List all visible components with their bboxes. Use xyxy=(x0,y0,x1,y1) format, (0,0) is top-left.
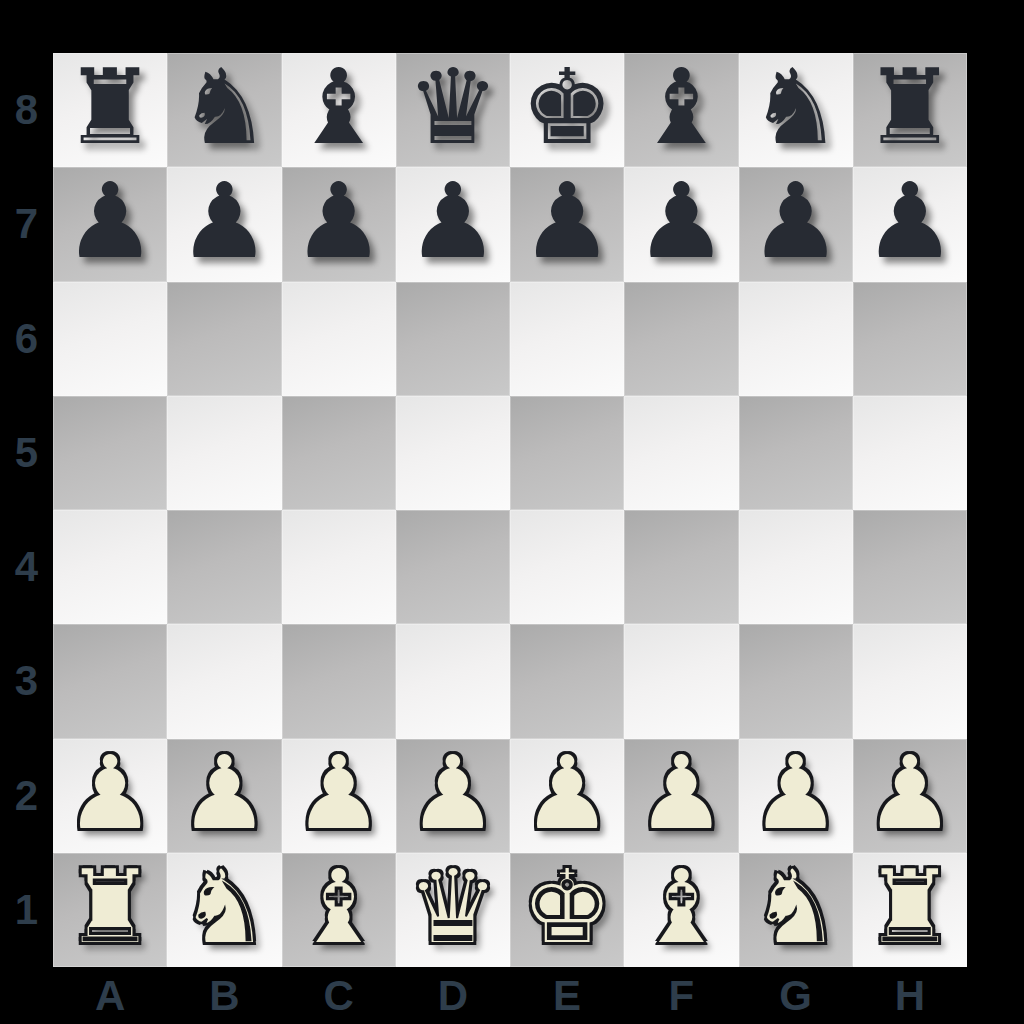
piece-black-pawn[interactable]: ♟ xyxy=(749,169,842,273)
square-h5[interactable] xyxy=(853,396,967,510)
square-c3[interactable] xyxy=(282,624,396,738)
chess-board: ♜♞♝♛♚♝♞♜♟♟♟♟♟♟♟♟♟♟♟♟♟♟♟♟♜♞♝♛♚♝♞♜ xyxy=(53,53,967,967)
piece-black-pawn[interactable]: ♟ xyxy=(521,169,614,273)
square-a8[interactable]: ♜ xyxy=(53,53,167,167)
square-b4[interactable] xyxy=(167,510,281,624)
square-a7[interactable]: ♟ xyxy=(53,167,167,281)
square-f4[interactable] xyxy=(624,510,738,624)
square-g5[interactable] xyxy=(739,396,853,510)
file-label-g: G xyxy=(739,967,853,1024)
square-d7[interactable]: ♟ xyxy=(396,167,510,281)
square-c6[interactable] xyxy=(282,282,396,396)
piece-white-pawn[interactable]: ♟ xyxy=(406,741,499,845)
piece-black-bishop[interactable]: ♝ xyxy=(635,55,728,159)
square-a2[interactable]: ♟ xyxy=(53,739,167,853)
square-g4[interactable] xyxy=(739,510,853,624)
square-c1[interactable]: ♝ xyxy=(282,853,396,967)
square-h1[interactable]: ♜ xyxy=(853,853,967,967)
square-c2[interactable]: ♟ xyxy=(282,739,396,853)
square-d4[interactable] xyxy=(396,510,510,624)
square-b5[interactable] xyxy=(167,396,281,510)
square-h4[interactable] xyxy=(853,510,967,624)
piece-black-queen[interactable]: ♛ xyxy=(406,55,499,159)
piece-black-knight[interactable]: ♞ xyxy=(178,55,271,159)
piece-black-pawn[interactable]: ♟ xyxy=(863,169,956,273)
rank-labels: 87654321 xyxy=(0,53,53,967)
rank-label-3: 3 xyxy=(0,624,53,738)
square-c5[interactable] xyxy=(282,396,396,510)
square-h2[interactable]: ♟ xyxy=(853,739,967,853)
piece-white-queen[interactable]: ♛ xyxy=(406,855,499,959)
square-d3[interactable] xyxy=(396,624,510,738)
square-a4[interactable] xyxy=(53,510,167,624)
square-e7[interactable]: ♟ xyxy=(510,167,624,281)
file-label-f: F xyxy=(624,967,738,1024)
square-c7[interactable]: ♟ xyxy=(282,167,396,281)
square-e4[interactable] xyxy=(510,510,624,624)
piece-white-knight[interactable]: ♞ xyxy=(749,855,842,959)
square-g8[interactable]: ♞ xyxy=(739,53,853,167)
piece-white-king[interactable]: ♚ xyxy=(521,855,614,959)
square-f2[interactable]: ♟ xyxy=(624,739,738,853)
square-e1[interactable]: ♚ xyxy=(510,853,624,967)
piece-white-pawn[interactable]: ♟ xyxy=(64,741,157,845)
piece-black-king[interactable]: ♚ xyxy=(521,55,614,159)
rank-label-4: 4 xyxy=(0,510,53,624)
piece-black-pawn[interactable]: ♟ xyxy=(406,169,499,273)
square-g7[interactable]: ♟ xyxy=(739,167,853,281)
square-d1[interactable]: ♛ xyxy=(396,853,510,967)
square-a1[interactable]: ♜ xyxy=(53,853,167,967)
piece-black-rook[interactable]: ♜ xyxy=(64,55,157,159)
piece-black-pawn[interactable]: ♟ xyxy=(292,169,385,273)
square-g6[interactable] xyxy=(739,282,853,396)
square-f5[interactable] xyxy=(624,396,738,510)
rank-label-2: 2 xyxy=(0,739,53,853)
square-c4[interactable] xyxy=(282,510,396,624)
square-e2[interactable]: ♟ xyxy=(510,739,624,853)
square-d6[interactable] xyxy=(396,282,510,396)
piece-black-knight[interactable]: ♞ xyxy=(749,55,842,159)
piece-black-bishop[interactable]: ♝ xyxy=(292,55,385,159)
piece-black-pawn[interactable]: ♟ xyxy=(635,169,728,273)
square-a3[interactable] xyxy=(53,624,167,738)
piece-white-pawn[interactable]: ♟ xyxy=(178,741,271,845)
square-b2[interactable]: ♟ xyxy=(167,739,281,853)
piece-white-pawn[interactable]: ♟ xyxy=(635,741,728,845)
piece-black-pawn[interactable]: ♟ xyxy=(178,169,271,273)
file-label-a: A xyxy=(53,967,167,1024)
rank-label-6: 6 xyxy=(0,282,53,396)
rank-label-1: 1 xyxy=(0,853,53,967)
square-f6[interactable] xyxy=(624,282,738,396)
piece-white-rook[interactable]: ♜ xyxy=(64,855,157,959)
square-e8[interactable]: ♚ xyxy=(510,53,624,167)
square-e6[interactable] xyxy=(510,282,624,396)
square-b1[interactable]: ♞ xyxy=(167,853,281,967)
file-label-h: H xyxy=(853,967,967,1024)
rank-label-5: 5 xyxy=(0,396,53,510)
square-f1[interactable]: ♝ xyxy=(624,853,738,967)
rank-label-7: 7 xyxy=(0,167,53,281)
square-b3[interactable] xyxy=(167,624,281,738)
square-g1[interactable]: ♞ xyxy=(739,853,853,967)
piece-white-pawn[interactable]: ♟ xyxy=(863,741,956,845)
square-h3[interactable] xyxy=(853,624,967,738)
square-b6[interactable] xyxy=(167,282,281,396)
file-label-e: E xyxy=(510,967,624,1024)
piece-white-rook[interactable]: ♜ xyxy=(863,855,956,959)
chessboard-app: 87654321 ♜♞♝♛♚♝♞♜♟♟♟♟♟♟♟♟♟♟♟♟♟♟♟♟♜♞♝♛♚♝♞… xyxy=(0,0,1024,1024)
square-e5[interactable] xyxy=(510,396,624,510)
file-label-d: D xyxy=(396,967,510,1024)
square-d8[interactable]: ♛ xyxy=(396,53,510,167)
piece-black-rook[interactable]: ♜ xyxy=(863,55,956,159)
piece-white-pawn[interactable]: ♟ xyxy=(521,741,614,845)
square-c8[interactable]: ♝ xyxy=(282,53,396,167)
file-labels: ABCDEFGH xyxy=(53,967,967,1024)
square-g2[interactable]: ♟ xyxy=(739,739,853,853)
rank-label-8: 8 xyxy=(0,53,53,167)
square-f3[interactable] xyxy=(624,624,738,738)
file-label-b: B xyxy=(167,967,281,1024)
square-h6[interactable] xyxy=(853,282,967,396)
piece-white-pawn[interactable]: ♟ xyxy=(292,741,385,845)
square-d2[interactable]: ♟ xyxy=(396,739,510,853)
square-d5[interactable] xyxy=(396,396,510,510)
piece-white-bishop[interactable]: ♝ xyxy=(292,855,385,959)
square-e3[interactable] xyxy=(510,624,624,738)
piece-white-pawn[interactable]: ♟ xyxy=(749,741,842,845)
file-label-c: C xyxy=(282,967,396,1024)
piece-white-bishop[interactable]: ♝ xyxy=(635,855,728,959)
piece-black-pawn[interactable]: ♟ xyxy=(64,169,157,273)
square-g3[interactable] xyxy=(739,624,853,738)
square-b8[interactable]: ♞ xyxy=(167,53,281,167)
square-a5[interactable] xyxy=(53,396,167,510)
piece-white-knight[interactable]: ♞ xyxy=(178,855,271,959)
square-a6[interactable] xyxy=(53,282,167,396)
square-f8[interactable]: ♝ xyxy=(624,53,738,167)
square-h8[interactable]: ♜ xyxy=(853,53,967,167)
square-b7[interactable]: ♟ xyxy=(167,167,281,281)
square-h7[interactable]: ♟ xyxy=(853,167,967,281)
square-f7[interactable]: ♟ xyxy=(624,167,738,281)
